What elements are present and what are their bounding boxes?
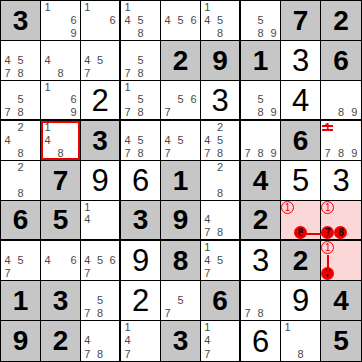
candidate-8: 8 [214,187,227,200]
cell-r4c7[interactable]: 789 [241,121,281,161]
pencil-pos-1 [81,281,94,294]
cell-r6c6[interactable]: 478 [201,201,241,241]
cell-r7c7[interactable]: 3 [241,241,281,281]
pencil-pos-6 [307,334,320,347]
pencil-pos-7 [281,348,294,361]
pencil-pos-6 [226,134,239,147]
candidate-4: 4 [121,14,134,27]
pencil-pos-6 [27,54,40,67]
cell-r9c8[interactable]: 18 [281,321,321,361]
candidate-4: 4 [201,214,214,227]
candidate-4: 4 [201,14,214,27]
candidate-8: 8 [14,106,27,119]
pencil-pos-2 [334,121,347,134]
candidate-1: 1 [41,81,54,94]
cell-r7c2[interactable]: 46 [41,241,81,281]
candidate-5: 5 [174,94,187,107]
candidate-9: 9 [267,147,280,160]
cell-r2c6[interactable]: 9 [201,41,241,81]
pencil-pos-1 [1,241,14,254]
candidate-5: 5 [214,134,227,147]
cell-r8c2[interactable]: 3 [41,281,81,321]
candidate-1: 1 [81,1,94,14]
candidate-4: 4 [41,54,54,67]
pencil-pos-9 [226,348,239,361]
candidate-8: 8 [254,27,267,40]
pencil-pos-6 [27,254,40,267]
cell-r5c9[interactable]: 3 [321,161,361,201]
candidate-7: 7 [1,67,14,80]
candidate-5: 5 [94,54,107,67]
pencil-pos-3 [187,1,200,14]
pencil-pos-2 [54,241,67,254]
pencil-pos-9 [106,267,119,280]
candidate-8: 8 [94,348,107,361]
cell-r8c8[interactable]: 9 [281,281,321,321]
pencil-pos-9 [187,307,200,320]
candidate-4: 4 [41,134,54,147]
pencil-pos-3 [226,321,239,334]
pencil-pos-6 [348,214,361,226]
pencil-pos-3 [147,121,160,134]
pencil-pos-1 [201,201,214,214]
cell-r2c2[interactable]: 48 [41,41,81,81]
pencil-pos-2 [254,281,267,294]
pencil-pos-9 [27,106,40,119]
candidate-6: 6 [106,254,119,267]
pencil-pos-2 [174,281,187,294]
given-digit: 4 [333,287,349,315]
cell-r3c8[interactable]: 4 [281,81,321,121]
pencil-pos-2 [254,1,267,14]
candidate-4: 4 [81,334,94,347]
candidate-7: 7 [201,348,214,361]
pencil-pos-3 [307,321,320,334]
pencil-pos-5 [134,334,147,347]
pencil-pos-6 [147,14,160,27]
candidate-1: 1 [41,121,54,134]
cell-r7c8[interactable]: 2 [281,241,321,281]
pencil-pos-3 [106,201,119,214]
pencil-pos-6 [267,94,280,107]
pencil-pos-4 [281,214,294,226]
pencil-pos-5 [54,14,67,27]
cell-r4c2[interactable]: 148 [41,121,81,161]
candidate-9: 9 [348,106,361,119]
cell-r8c3[interactable]: 578 [81,281,121,321]
pencil-pos-6 [106,214,119,227]
candidate-5: 5 [134,134,147,147]
candidate-7: 7 [1,106,14,119]
cell-r6c2[interactable]: 5 [41,201,81,241]
cell-r4c8[interactable]: 6 [281,121,321,161]
pencil-pos-7 [41,267,54,280]
pencil-pos-6 [147,134,160,147]
cell-r9c1[interactable]: 9 [1,321,41,361]
cell-r7c4[interactable]: 9 [121,241,161,281]
pencil-pos-6 [267,134,280,147]
candidate-1: 1 [41,1,54,14]
cell-r4c5[interactable]: 457 [161,121,201,161]
pencil-pos-2 [174,1,187,14]
pencil-pos-1 [161,121,174,134]
pencil-pos-6 [226,174,239,187]
pencil-pos-5 [334,134,347,147]
cell-r5c7[interactable]: 4 [241,161,281,201]
pencil-pos-6 [348,134,361,147]
cell-r7c6[interactable]: 1457 [201,241,241,281]
pencil-pos-2 [254,121,267,134]
given-digit: 9 [173,206,189,234]
candidate-6: 6 [187,94,200,107]
pencil-pos-6 [27,94,40,107]
pencil-pos-5 [14,174,27,187]
candidate-2: 2 [214,161,227,174]
cell-r3c4[interactable]: 1578 [121,81,161,121]
solved-digit: 2 [132,285,149,316]
candidate-6: 6 [106,14,119,27]
candidate-8: 8 [214,27,227,40]
pencil-pos-3 [187,281,200,294]
cell-r4c9[interactable]: 1789 [321,121,361,161]
pencil-pos-9 [348,267,361,280]
pencil-pos-3 [226,121,239,134]
pencil-pos-3 [147,81,160,94]
cell-r7c1[interactable]: 457 [1,241,41,281]
pencil-pos-1 [41,41,54,54]
pencil-pos-1 [1,41,14,54]
pencil-pos-2 [254,81,267,94]
pencil-pos-9 [67,267,80,280]
candidate-7: 7 [321,147,334,160]
candidate-1-circle-mark: 1 [321,201,334,214]
candidate-2: 2 [14,121,27,134]
candidate-7: 7 [241,307,254,320]
cell-r8c7[interactable]: 78 [241,281,281,321]
given-digit: 9 [13,327,29,355]
pencil-pos-2 [94,1,107,14]
candidate-5: 5 [14,254,27,267]
cell-r6c5[interactable]: 9 [161,201,201,241]
pencil-pos-1 [161,281,174,294]
pencil-pos-9 [147,106,160,119]
pencil-pos-3 [106,241,119,254]
candidate-7: 7 [161,147,174,160]
pencil-pos-3 [187,121,200,134]
pencil-pos-3 [67,81,80,94]
cell-r3c3[interactable]: 2 [81,81,121,121]
cell-r9c7[interactable]: 6 [241,321,281,361]
pencil-pos-5 [54,94,67,107]
cell-r6c1[interactable]: 6 [1,201,41,241]
pencil-pos-3 [267,121,280,134]
pencil-pos-6 [187,294,200,307]
pencil-pos-4 [281,334,294,347]
given-digit: 1 [253,47,269,75]
candidate-1: 1 [81,201,94,214]
pencil-pos-3 [348,121,361,134]
cell-r9c4[interactable]: 147 [121,321,161,361]
candidate-8: 8 [254,147,267,160]
given-digit: 3 [133,206,149,234]
pencil-pos-6 [226,14,239,27]
cell-r7c3[interactable]: 4567 [81,241,121,281]
pencil-pos-7 [41,67,54,80]
candidate-1: 1 [121,1,134,14]
candidate-6: 6 [67,94,80,107]
pencil-pos-8 [174,307,187,320]
solved-digit: 2 [91,85,108,116]
pencil-pos-5 [54,134,67,147]
given-digit: 9 [212,47,228,75]
pencil-pos-7 [281,226,294,239]
pencil-pos-3 [307,201,320,214]
candidate-4: 4 [121,134,134,147]
pencil-pos-2 [174,121,187,134]
cell-r1c8[interactable]: 7 [281,1,321,41]
cell-r3c2[interactable]: 169 [41,81,81,121]
pencil-pos-9 [226,27,239,40]
given-digit: 1 [173,167,189,195]
pencil-pos-2 [134,1,147,14]
candidate-4: 4 [201,334,214,347]
cell-r2c1[interactable]: 4578 [1,41,41,81]
pencil-pos-9 [147,27,160,40]
candidate-5: 5 [174,294,187,307]
cell-r5c2[interactable]: 7 [41,161,81,201]
cell-r2c9[interactable]: 6 [321,41,361,81]
cell-r6c9[interactable]: 178 [321,201,361,241]
pencil-pos-1 [121,41,134,54]
candidate-8: 8 [14,67,27,80]
candidate-7: 7 [241,147,254,160]
candidate-8: 8 [134,27,147,40]
solved-digit: 9 [91,165,108,196]
cell-r2c3[interactable]: 457 [81,41,121,81]
pencil-pos-1 [241,1,254,14]
pencil-pos-3 [348,81,361,94]
given-digit: 2 [293,247,309,275]
solved-digit: 3 [252,245,269,276]
solved-digit: 3 [211,85,228,116]
pencil-pos-4 [81,14,94,27]
given-digit: 3 [92,127,108,155]
cell-r4c1[interactable]: 248 [1,121,41,161]
cell-r4c3[interactable]: 3 [81,121,121,161]
cell-r5c4[interactable]: 6 [121,161,161,201]
candidate-7: 7 [81,267,94,280]
pencil-pos-2 [214,1,227,14]
cell-r8c5[interactable]: 57 [161,281,201,321]
cell-r3c9[interactable]: 89 [321,81,361,121]
solved-digit: 5 [292,165,309,196]
candidate-7: 7 [121,348,134,361]
pencil-pos-9 [226,147,239,160]
pencil-pos-6 [226,254,239,267]
pencil-pos-8 [214,348,227,361]
pencil-pos-8 [54,27,67,40]
pencil-pos-4 [1,174,14,187]
solved-digit: 3 [332,165,349,196]
cell-r1c3[interactable]: 16 [81,1,121,41]
pencil-pos-2 [334,201,347,214]
cell-r8c9[interactable]: 4 [321,281,361,321]
cell-r2c7[interactable]: 1 [241,41,281,81]
cell-r5c1[interactable]: 28 [1,161,41,201]
pencil-pos-9 [27,267,40,280]
cell-r9c5[interactable]: 3 [161,321,201,361]
pencil-pos-2 [14,41,27,54]
cell-r5c8[interactable]: 5 [281,161,321,201]
cell-r1c5[interactable]: 456 [161,1,201,41]
pencil-pos-5 [214,174,227,187]
cell-r6c7[interactable]: 2 [241,201,281,241]
pencil-pos-1 [1,161,14,174]
pencil-pos-6 [147,54,160,67]
pencil-pos-7 [241,27,254,40]
pencil-pos-7 [201,187,214,200]
cell-r9c2[interactable]: 2 [41,321,81,361]
pencil-pos-1 [81,241,94,254]
cell-r6c4[interactable]: 3 [121,201,161,241]
pencil-pos-3 [147,41,160,54]
pencil-pos-3 [226,161,239,174]
candidate-7: 7 [121,106,134,119]
pencil-pos-8 [134,348,147,361]
cell-r1c4[interactable]: 1458 [121,1,161,41]
cell-r9c3[interactable]: 478 [81,321,121,361]
candidate-5: 5 [254,94,267,107]
cell-r2c8[interactable]: 3 [281,41,321,81]
cell-r8c1[interactable]: 1 [1,281,41,321]
cell-r2c5[interactable]: 2 [161,41,201,81]
pencil-pos-4 [241,94,254,107]
pencil-pos-2 [214,201,227,214]
cell-r1c6[interactable]: 1458 [201,1,241,41]
pencil-pos-6 [267,294,280,307]
solved-digit: 6 [252,326,269,357]
pencil-pos-2 [54,121,67,134]
pencil-pos-1 [201,121,214,134]
given-digit: 3 [173,327,189,355]
candidate-7: 7 [161,106,174,119]
candidate-7: 7 [201,226,214,239]
pencil-pos-6 [147,334,160,347]
candidate-8: 8 [334,106,347,119]
pencil-pos-5 [94,214,107,227]
cell-r3c1[interactable]: 578 [1,81,41,121]
pencil-pos-4 [41,14,54,27]
pencil-pos-5 [294,214,307,226]
cell-r2c4[interactable]: 578 [121,41,161,81]
pencil-pos-6 [307,214,320,226]
candidate-6: 6 [67,254,80,267]
pencil-pos-2 [134,41,147,54]
pencil-pos-8 [94,267,107,280]
pencil-pos-9 [348,226,361,239]
candidate-1: 1 [201,241,214,254]
cell-r6c3[interactable]: 14 [81,201,121,241]
pencil-pos-1 [161,81,174,94]
candidate-5: 5 [174,134,187,147]
pencil-pos-3 [226,241,239,254]
pencil-pos-5 [14,134,27,147]
cell-r7c5[interactable]: 8 [161,241,201,281]
pencil-pos-7 [161,27,174,40]
pencil-pos-9 [147,67,160,80]
candidate-5: 5 [134,54,147,67]
candidate-4: 4 [1,134,14,147]
cell-r4c6[interactable]: 24578 [201,121,241,161]
candidate-1-circle-mark: 1 [321,241,334,254]
candidate-4: 4 [121,334,134,347]
cell-r1c7[interactable]: 589 [241,1,281,41]
cell-r6c8[interactable]: 18 [281,201,321,241]
candidate-5: 5 [134,94,147,107]
cell-r5c5[interactable]: 1 [161,161,201,201]
pencil-pos-1 [241,281,254,294]
solved-digit: 9 [292,285,309,316]
pencil-pos-7 [41,147,54,160]
pencil-pos-7 [1,147,14,160]
pencil-pos-2 [134,121,147,134]
candidate-8: 8 [94,307,107,320]
pencil-pos-7 [81,226,94,239]
pencil-pos-2 [14,81,27,94]
candidate-7: 7 [201,267,214,280]
pencil-pos-5 [254,134,267,147]
cell-r9c6[interactable]: 147 [201,321,241,361]
candidate-4: 4 [201,254,214,267]
candidate-2: 2 [214,121,227,134]
pencil-pos-4 [121,54,134,67]
cell-r8c6[interactable]: 6 [201,281,241,321]
pencil-pos-6 [348,94,361,107]
pencil-pos-9 [106,348,119,361]
pencil-pos-4 [161,94,174,107]
pencil-pos-7 [41,106,54,119]
cell-r5c3[interactable]: 9 [81,161,121,201]
candidate-7: 7 [201,147,214,160]
candidate-4: 4 [1,254,14,267]
cell-r1c9[interactable]: 2 [321,1,361,41]
given-digit: 6 [333,47,349,75]
cell-r9c9[interactable]: 5 [321,321,361,361]
pencil-pos-4 [241,294,254,307]
candidate-9: 9 [67,106,80,119]
candidate-4: 4 [81,254,94,267]
cell-r3c7[interactable]: 589 [241,81,281,121]
cell-r1c1[interactable]: 3 [1,1,41,41]
pencil-pos-3 [226,201,239,214]
candidate-8: 8 [54,147,67,160]
pencil-pos-2 [94,241,107,254]
cell-r4c4[interactable]: 4578 [121,121,161,161]
pencil-pos-8 [54,106,67,119]
cell-r3c5[interactable]: 567 [161,81,201,121]
cell-r1c2[interactable]: 169 [41,1,81,41]
cell-r3c6[interactable]: 3 [201,81,241,121]
cell-r8c4[interactable]: 2 [121,281,161,321]
pencil-pos-3 [187,81,200,94]
pencil-pos-5 [94,14,107,27]
pencil-pos-3 [67,241,80,254]
candidate-2: 2 [14,161,27,174]
pencil-pos-9 [27,187,40,200]
cell-r5c6[interactable]: 28 [201,161,241,201]
pencil-pos-5 [334,94,347,107]
pencil-pos-2 [174,81,187,94]
